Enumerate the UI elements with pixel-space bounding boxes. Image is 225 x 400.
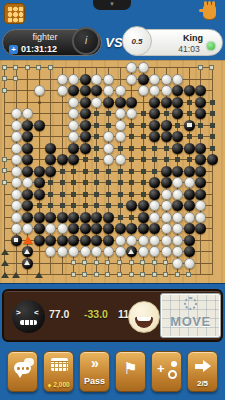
black-territory-mark <box>187 134 192 139</box>
white-stone <box>68 74 79 85</box>
black-stone <box>34 177 45 188</box>
dotted-circle-icon <box>184 297 197 310</box>
black-stone <box>91 223 102 234</box>
white-territory-mark <box>186 272 191 277</box>
black-stone <box>149 177 160 188</box>
flag-icon: ⚑ <box>116 360 145 378</box>
black-territory-mark <box>210 100 215 105</box>
black-territory-mark <box>129 146 134 151</box>
black-territory-mark <box>210 134 215 139</box>
black-score: 77.0 <box>49 308 69 320</box>
white-territory-mark <box>13 65 18 70</box>
black-stone <box>80 143 91 154</box>
player-bar: fighter + 01:31:12 i VS King 41:03 0.5 <box>0 28 225 58</box>
black-stone <box>195 223 206 234</box>
black-stone <box>184 85 195 96</box>
black-stone <box>172 85 183 96</box>
plus-badge[interactable]: + <box>9 45 18 54</box>
black-territory-mark <box>48 203 53 208</box>
black-territory-mark <box>141 111 146 116</box>
black-stone <box>138 200 149 211</box>
arrow-right-icon <box>195 364 204 369</box>
white-stone <box>57 74 68 85</box>
black-stone <box>57 212 68 223</box>
online-status-dot <box>207 42 215 50</box>
black-stone <box>103 97 114 108</box>
white-stone <box>11 120 22 131</box>
black-territory-mark <box>164 111 169 116</box>
black-stone <box>22 154 33 165</box>
white-territory-mark <box>71 260 76 265</box>
black-stone <box>172 97 183 108</box>
black-territory-mark <box>83 192 88 197</box>
black-territory-mark <box>187 157 192 162</box>
white-stone <box>126 235 137 246</box>
black-territory-mark <box>175 157 180 162</box>
black-stone <box>91 85 102 96</box>
black-territory-mark <box>198 134 203 139</box>
add-stone-button[interactable]: + <box>151 351 182 392</box>
black-stone <box>68 143 79 154</box>
black-territory-mark <box>94 111 99 116</box>
white-territory-mark <box>82 260 87 265</box>
score-estimate-button[interactable]: 2,000 <box>43 351 74 392</box>
white-territory-mark <box>13 76 18 81</box>
black-stone <box>149 131 160 142</box>
white-stone <box>149 74 160 85</box>
black-stone <box>103 235 114 246</box>
black-stone <box>184 200 195 211</box>
black-territory-mark <box>129 169 134 174</box>
black-territory-mark <box>164 146 169 151</box>
black-stone <box>161 131 172 142</box>
small-stone-icon <box>171 361 177 367</box>
white-stone <box>195 212 206 223</box>
last-move-marker <box>23 236 33 244</box>
white-territory-mark <box>94 260 99 265</box>
go-board[interactable] <box>0 60 225 284</box>
black-territory-mark <box>152 157 157 162</box>
white-stone <box>172 258 183 269</box>
black-stone <box>115 223 126 234</box>
resign-flag-button[interactable]: ⚑ <box>115 351 146 392</box>
white-stone <box>172 212 183 223</box>
triangle-mark <box>1 260 9 266</box>
white-territory-mark <box>175 272 180 277</box>
dead-mark-triangle <box>24 249 30 254</box>
white-stone <box>103 143 114 154</box>
black-territory-mark <box>141 134 146 139</box>
white-stone <box>138 246 149 257</box>
white-stone <box>149 246 160 257</box>
white-stone <box>11 131 22 142</box>
black-stone <box>184 246 195 257</box>
white-stone <box>80 246 91 257</box>
white-stone <box>91 74 102 85</box>
black-territory-mark <box>141 123 146 128</box>
black-territory-mark <box>106 203 111 208</box>
black-stone <box>68 235 79 246</box>
black-territory-mark <box>94 180 99 185</box>
black-territory-mark <box>164 157 169 162</box>
white-stone <box>68 246 79 257</box>
white-territory-mark <box>163 272 168 277</box>
white-stone <box>103 154 114 165</box>
vs-label: VS <box>104 35 124 50</box>
black-stone <box>34 120 45 131</box>
black-territory-mark <box>60 192 65 197</box>
black-territory-mark <box>129 215 134 220</box>
white-stone <box>115 85 126 96</box>
chevron-down-icon: ▼ <box>109 1 115 7</box>
white-stone <box>91 246 102 257</box>
white-territory-mark <box>152 260 157 265</box>
white-stone <box>68 97 79 108</box>
black-stone <box>149 108 160 119</box>
score-panel: >< 77.0 -33.0 110.0 MOVE <box>2 289 223 342</box>
black-territory-mark <box>83 203 88 208</box>
white-stone <box>126 62 137 73</box>
speech-bubble-icon <box>14 362 31 374</box>
move-counter: 2/5 <box>188 379 217 388</box>
black-territory-mark <box>210 146 215 151</box>
black-territory-mark <box>37 203 42 208</box>
white-stone <box>138 85 149 96</box>
black-stone <box>172 143 183 154</box>
black-stone <box>115 97 126 108</box>
black-stone <box>45 143 56 154</box>
white-territory-mark <box>129 260 134 265</box>
black-stone <box>195 108 206 119</box>
white-stone <box>138 62 149 73</box>
white-territory-mark <box>2 76 7 81</box>
black-stone <box>45 154 56 165</box>
black-stone <box>149 120 160 131</box>
hand-icon[interactable] <box>198 2 222 24</box>
black-stone <box>34 223 45 234</box>
black-stone <box>80 120 91 131</box>
white-stone <box>45 246 56 257</box>
black-territory-mark <box>118 180 123 185</box>
plus-icon: + <box>157 361 165 376</box>
white-territory-mark <box>82 272 87 277</box>
black-stone <box>22 189 33 200</box>
black-territory-mark <box>129 123 134 128</box>
black-stone <box>195 154 206 165</box>
white-stone <box>45 223 56 234</box>
black-territory-mark <box>118 192 123 197</box>
white-stone <box>115 154 126 165</box>
black-territory-mark <box>129 134 134 139</box>
black-stone <box>161 97 172 108</box>
white-stone <box>57 223 68 234</box>
black-territory-mark <box>129 192 134 197</box>
black-stone <box>80 108 91 119</box>
white-territory-mark <box>140 272 145 277</box>
white-stone <box>68 108 79 119</box>
stone-outline-icon <box>168 370 177 379</box>
black-stone <box>80 74 91 85</box>
hoshi-point <box>38 101 41 104</box>
black-territory-mark <box>94 203 99 208</box>
white-stone <box>115 108 126 119</box>
estimate-cost: 2,000 <box>44 381 73 388</box>
coin-icon <box>47 383 52 388</box>
white-stone <box>11 212 22 223</box>
black-territory-mark <box>210 111 215 116</box>
white-stone <box>11 143 22 154</box>
black-territory-mark <box>83 169 88 174</box>
black-territory-mark <box>152 146 157 151</box>
white-territory-mark <box>48 65 53 70</box>
black-territory-mark <box>187 111 192 116</box>
white-territory-mark <box>129 272 134 277</box>
black-angry-emoji: >< <box>12 300 45 333</box>
black-territory-mark <box>71 192 76 197</box>
notification-notch[interactable]: ▼ <box>93 0 131 10</box>
black-stone <box>22 212 33 223</box>
black-player-clock: 01:31:12 <box>21 44 57 54</box>
black-territory-mark <box>60 169 65 174</box>
black-stone <box>184 143 195 154</box>
black-territory-mark <box>60 203 65 208</box>
black-stone <box>45 235 56 246</box>
white-stone <box>161 200 172 211</box>
white-stone <box>103 131 114 142</box>
black-territory-mark <box>94 123 99 128</box>
black-stone <box>126 200 137 211</box>
calculator-icon <box>51 358 68 371</box>
white-stone <box>11 200 22 211</box>
white-stone <box>161 74 172 85</box>
black-stone <box>195 97 206 108</box>
white-stone <box>161 235 172 246</box>
white-stone <box>138 235 149 246</box>
black-territory-mark <box>83 157 88 162</box>
black-stone <box>172 108 183 119</box>
black-territory-mark <box>141 180 146 185</box>
next-move-button[interactable]: 2/5 <box>187 351 218 392</box>
black-stone <box>195 189 206 200</box>
white-territory-mark <box>140 260 145 265</box>
black-territory-mark <box>71 169 76 174</box>
white-stone <box>57 85 68 96</box>
white-stone <box>184 177 195 188</box>
black-stone <box>103 212 114 223</box>
triangle-mark <box>1 272 9 278</box>
white-stone <box>91 97 102 108</box>
white-stone <box>115 235 126 246</box>
white-stone <box>115 120 126 131</box>
black-stone <box>149 97 160 108</box>
black-stone <box>22 120 33 131</box>
black-stone <box>80 97 91 108</box>
white-stone <box>103 85 114 96</box>
white-stone <box>115 246 126 257</box>
black-stone <box>172 131 183 142</box>
white-territory-mark <box>25 65 30 70</box>
black-territory-mark <box>94 169 99 174</box>
black-territory-mark <box>118 169 123 174</box>
white-stone <box>103 74 114 85</box>
black-territory-mark <box>106 192 111 197</box>
black-stone <box>57 235 68 246</box>
move-button-label: MOVE <box>161 314 220 329</box>
black-territory-mark <box>118 146 123 151</box>
dead-mark-triangle <box>24 260 30 265</box>
black-territory-mark <box>60 180 65 185</box>
black-territory-mark <box>118 215 123 220</box>
black-territory-mark <box>118 203 123 208</box>
black-stone <box>161 177 172 188</box>
black-stone <box>149 189 160 200</box>
black-stone <box>138 223 149 234</box>
black-stone <box>34 212 45 223</box>
triangle-mark <box>1 249 9 255</box>
white-territory-mark <box>117 260 122 265</box>
white-territory-mark <box>2 88 7 93</box>
white-stone <box>172 223 183 234</box>
white-stone <box>11 154 22 165</box>
black-stone <box>184 223 195 234</box>
black-stone <box>184 235 195 246</box>
black-territory-mark <box>48 180 53 185</box>
white-territory-mark <box>209 65 214 70</box>
app-screen: ▼ fighter + 01:31:12 i VS King 41:03 0.5… <box>0 0 225 400</box>
white-stone <box>195 200 206 211</box>
black-stone <box>80 223 91 234</box>
white-territory-mark <box>105 260 110 265</box>
white-stone <box>11 166 22 177</box>
black-territory-mark <box>152 169 157 174</box>
white-stone <box>172 177 183 188</box>
chat-button[interactable] <box>7 351 38 392</box>
white-stone <box>22 223 33 234</box>
black-stone <box>172 200 183 211</box>
black-stone <box>80 131 91 142</box>
black-stone <box>80 85 91 96</box>
white-stone <box>103 246 114 257</box>
black-territory-mark <box>198 123 203 128</box>
dead-mark-square <box>187 123 192 128</box>
white-stone <box>11 223 22 234</box>
black-stone <box>68 212 79 223</box>
score-margin: -33.0 <box>84 308 108 320</box>
white-stone <box>161 189 172 200</box>
black-territory-mark <box>94 192 99 197</box>
black-stone <box>34 189 45 200</box>
white-territory-mark <box>152 272 157 277</box>
white-stone <box>184 212 195 223</box>
black-territory-mark <box>175 123 180 128</box>
white-stone <box>172 74 183 85</box>
black-territory-mark <box>106 123 111 128</box>
black-territory-mark <box>187 100 192 105</box>
white-territory-mark <box>198 65 203 70</box>
black-stone <box>68 85 79 96</box>
triangle-mark <box>12 272 20 278</box>
white-stone <box>34 85 45 96</box>
black-stone <box>68 223 79 234</box>
white-stone <box>161 223 172 234</box>
white-stone <box>149 212 160 223</box>
white-stone <box>68 131 79 142</box>
white-stone <box>68 120 79 131</box>
black-stone <box>161 166 172 177</box>
black-info-circle[interactable]: i <box>72 27 100 55</box>
white-territory-mark <box>163 260 168 265</box>
black-territory-mark <box>94 134 99 139</box>
double-chevron-icon: » <box>80 355 109 371</box>
black-stone <box>195 177 206 188</box>
white-stone <box>11 189 22 200</box>
white-laughing-emoji <box>128 301 160 333</box>
black-stone <box>22 143 33 154</box>
white-territory-mark <box>105 272 110 277</box>
white-territory-mark <box>71 272 76 277</box>
black-stone <box>184 166 195 177</box>
pass-button[interactable]: » Pass <box>79 351 110 392</box>
black-stone <box>138 74 149 85</box>
white-stone <box>126 108 137 119</box>
move-button[interactable]: MOVE <box>160 293 221 338</box>
black-territory-mark <box>141 169 146 174</box>
black-stone <box>103 223 114 234</box>
white-territory-mark <box>2 168 7 173</box>
black-territory-mark <box>129 180 134 185</box>
black-territory-mark <box>71 180 76 185</box>
black-stone <box>195 166 206 177</box>
black-stone <box>45 212 56 223</box>
black-stone <box>22 200 33 211</box>
white-stone <box>22 177 33 188</box>
black-stone <box>184 189 195 200</box>
pass-label: Pass <box>80 376 109 386</box>
black-territory-mark <box>141 192 146 197</box>
black-stone <box>80 235 91 246</box>
white-territory-mark <box>36 65 41 70</box>
menu-grid-icon[interactable] <box>4 3 25 24</box>
white-stone <box>11 108 22 119</box>
black-stone <box>68 154 79 165</box>
black-player-name: fighter <box>17 32 73 42</box>
white-stone <box>161 246 172 257</box>
komi-circle: 0.5 <box>122 26 152 56</box>
black-stone <box>22 166 33 177</box>
black-stone <box>207 154 218 165</box>
white-territory-mark <box>2 157 7 162</box>
white-stone <box>172 235 183 246</box>
white-stone <box>126 74 137 85</box>
black-stone <box>91 212 102 223</box>
white-stone <box>11 177 22 188</box>
black-stone <box>172 166 183 177</box>
white-stone <box>57 246 68 257</box>
white-territory-mark <box>117 272 122 277</box>
black-territory-mark <box>141 157 146 162</box>
white-stone <box>149 85 160 96</box>
black-territory-mark <box>210 123 215 128</box>
black-stone <box>34 235 45 246</box>
black-stone <box>126 97 137 108</box>
white-territory-mark <box>2 65 7 70</box>
black-stone <box>149 223 160 234</box>
white-stone <box>172 189 183 200</box>
white-stone <box>115 131 126 142</box>
black-stone <box>34 166 45 177</box>
white-stone <box>161 212 172 223</box>
black-stone <box>22 131 33 142</box>
